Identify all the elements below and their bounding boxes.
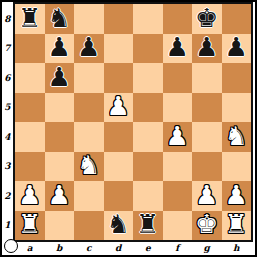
piece-white-king[interactable]: ♚ [195,211,218,237]
piece-black-pawn[interactable]: ♟ [166,34,189,60]
square-f2[interactable] [163,181,193,211]
square-h1[interactable]: ♜ [222,211,252,241]
square-g8[interactable]: ♚ [192,4,222,34]
rank-label-2: 2 [2,181,13,211]
square-b6[interactable]: ♟ [45,63,75,93]
square-h2[interactable]: ♟ [222,181,252,211]
rank-label-6: 6 [2,63,13,93]
square-g3[interactable] [192,152,222,182]
square-b1[interactable] [45,211,75,241]
file-label-h: h [222,241,252,254]
piece-black-pawn[interactable]: ♟ [225,34,248,60]
square-c3[interactable]: ♞ [74,152,104,182]
square-c4[interactable] [74,122,104,152]
square-b3[interactable] [45,152,75,182]
square-d6[interactable] [104,63,134,93]
piece-white-rook[interactable]: ♜ [18,211,41,237]
piece-white-knight[interactable]: ♞ [225,123,248,149]
square-h3[interactable] [222,152,252,182]
square-d7[interactable] [104,34,134,64]
square-a6[interactable] [15,63,45,93]
square-a2[interactable]: ♟ [15,181,45,211]
square-b8[interactable]: ♞ [45,4,75,34]
square-e3[interactable] [133,152,163,182]
square-a5[interactable] [15,93,45,123]
square-e2[interactable] [133,181,163,211]
square-g4[interactable] [192,122,222,152]
square-g1[interactable]: ♚ [192,211,222,241]
piece-white-pawn[interactable]: ♟ [166,123,189,149]
white-to-move-indicator [4,239,18,253]
file-label-g: g [192,241,222,254]
square-f6[interactable] [163,63,193,93]
piece-white-pawn[interactable]: ♟ [225,182,248,208]
square-f4[interactable]: ♟ [163,122,193,152]
square-c6[interactable] [74,63,104,93]
rank-label-5: 5 [2,93,13,123]
square-h7[interactable]: ♟ [222,34,252,64]
chess-board: ♜♞♚♟♟♟♟♟♟♟♟♞♞♟♟♟♟♜♞♜♚♜ [13,2,253,242]
square-e7[interactable] [133,34,163,64]
file-label-c: c [74,241,104,254]
rank-label-4: 4 [2,122,13,152]
piece-black-rook[interactable]: ♜ [18,5,41,31]
square-f1[interactable] [163,211,193,241]
square-f8[interactable] [163,4,193,34]
square-c2[interactable] [74,181,104,211]
square-f3[interactable] [163,152,193,182]
square-d4[interactable] [104,122,134,152]
piece-black-knight[interactable]: ♞ [107,211,130,237]
square-b4[interactable] [45,122,75,152]
piece-black-pawn[interactable]: ♟ [48,64,71,90]
square-e6[interactable] [133,63,163,93]
rank-label-1: 1 [2,211,13,241]
piece-white-pawn[interactable]: ♟ [18,182,41,208]
square-e1[interactable]: ♜ [133,211,163,241]
square-g6[interactable] [192,63,222,93]
rank-label-3: 3 [2,152,13,182]
piece-white-rook[interactable]: ♜ [225,211,248,237]
piece-black-pawn[interactable]: ♟ [48,34,71,60]
file-label-e: e [133,241,163,254]
square-d5[interactable]: ♟ [104,93,134,123]
square-c8[interactable] [74,4,104,34]
square-a3[interactable] [15,152,45,182]
file-labels: a b c d e f g h [15,241,251,254]
square-d1[interactable]: ♞ [104,211,134,241]
square-a7[interactable] [15,34,45,64]
square-b5[interactable] [45,93,75,123]
file-label-f: f [163,241,193,254]
square-f7[interactable]: ♟ [163,34,193,64]
file-label-a: a [15,241,45,254]
square-a4[interactable] [15,122,45,152]
square-h6[interactable] [222,63,252,93]
square-b7[interactable]: ♟ [45,34,75,64]
square-d2[interactable] [104,181,134,211]
square-c1[interactable] [74,211,104,241]
square-d3[interactable] [104,152,134,182]
square-h4[interactable]: ♞ [222,122,252,152]
square-d8[interactable] [104,4,134,34]
piece-white-pawn[interactable]: ♟ [195,182,218,208]
piece-black-pawn[interactable]: ♟ [195,34,218,60]
piece-white-pawn[interactable]: ♟ [48,182,71,208]
rank-label-7: 7 [2,34,13,64]
square-e8[interactable] [133,4,163,34]
piece-white-knight[interactable]: ♞ [77,152,100,178]
file-label-b: b [45,241,75,254]
square-c7[interactable]: ♟ [74,34,104,64]
chess-diagram: ♜♞♚♟♟♟♟♟♟♟♟♞♞♟♟♟♟♜♞♜♚♜ 8 7 6 5 4 3 2 1 a… [0,0,257,257]
file-label-d: d [104,241,134,254]
rank-labels: 8 7 6 5 4 3 2 1 [2,4,13,240]
square-e5[interactable] [133,93,163,123]
rank-label-8: 8 [2,4,13,34]
square-e4[interactable] [133,122,163,152]
piece-black-knight[interactable]: ♞ [48,5,71,31]
piece-black-rook[interactable]: ♜ [136,211,159,237]
square-g5[interactable] [192,93,222,123]
square-h5[interactable] [222,93,252,123]
square-f5[interactable] [163,93,193,123]
square-c5[interactable] [74,93,104,123]
piece-white-pawn[interactable]: ♟ [107,93,130,119]
piece-black-pawn[interactable]: ♟ [77,34,100,60]
square-h8[interactable] [222,4,252,34]
square-g7[interactable]: ♟ [192,34,222,64]
piece-black-king[interactable]: ♚ [195,5,218,31]
square-a1[interactable]: ♜ [15,211,45,241]
square-g2[interactable]: ♟ [192,181,222,211]
square-a8[interactable]: ♜ [15,4,45,34]
square-b2[interactable]: ♟ [45,181,75,211]
